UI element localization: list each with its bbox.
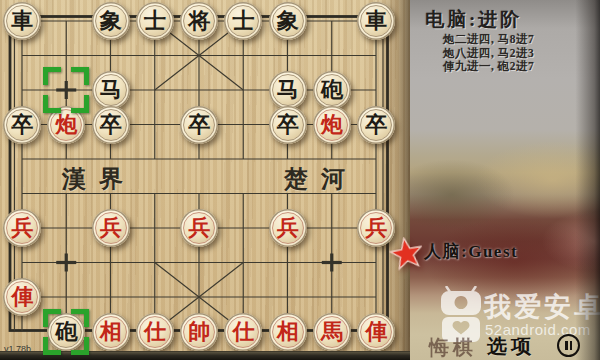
piece-character: 砲 [321, 79, 343, 101]
piece-character: 卒 [277, 114, 299, 136]
xiangqi-piece-black[interactable]: 砲 [313, 71, 351, 109]
xiangqi-piece-black[interactable]: 将 [180, 2, 218, 40]
undo-button[interactable]: 悔棋 [423, 333, 483, 360]
sidebar: 电脑:进阶 炮二进四, 马8进7 炮八进四, 马2进3 俥九进一, 砲2进7 人… [410, 0, 600, 360]
piece-character: 兵 [188, 217, 210, 239]
piece-character: 兵 [277, 217, 299, 239]
xiangqi-piece-black[interactable]: 象 [92, 2, 130, 40]
piece-character: 仕 [232, 321, 254, 343]
piece-character: 士 [144, 10, 166, 32]
move-row: 炮八进四, 马2进3 [443, 47, 534, 61]
piece-character: 马 [277, 79, 299, 101]
computer-player-label: 电脑:进阶 [425, 7, 522, 33]
piece-character: 車 [365, 10, 387, 32]
piece-character: 馬 [321, 321, 343, 343]
piece-character: 兵 [11, 217, 33, 239]
human-player-label: 人脑:Guest [424, 240, 518, 263]
piece-character: 相 [277, 321, 299, 343]
xiangqi-piece-red[interactable]: 仕 [224, 313, 262, 351]
xiangqi-piece-black[interactable]: 車 [357, 2, 395, 40]
xiangqi-piece-red[interactable]: 炮 [47, 106, 85, 144]
move-row: 炮二进四, 马8进7 [443, 33, 534, 47]
xiangqi-piece-black[interactable]: 卒 [357, 106, 395, 144]
piece-character: 象 [100, 10, 122, 32]
options-button[interactable]: 选项 [481, 332, 541, 360]
piece-character: 士 [232, 10, 254, 32]
pause-icon [565, 341, 568, 350]
xiangqi-piece-red[interactable]: 帥 [180, 313, 218, 351]
piece-character: 马 [100, 79, 122, 101]
move-row: 俥九进一, 砲2进7 [443, 60, 534, 74]
xiangqi-piece-black[interactable]: 卒 [92, 106, 130, 144]
xiangqi-piece-red[interactable]: 相 [269, 313, 307, 351]
xiangqi-piece-black[interactable]: 車 [3, 2, 41, 40]
xiangqi-piece-black[interactable]: 士 [136, 2, 174, 40]
pause-button[interactable] [557, 334, 580, 357]
piece-character: 帥 [188, 321, 210, 343]
piece-character: 砲 [55, 321, 77, 343]
xiangqi-piece-black[interactable]: 卒 [3, 106, 41, 144]
xiangqi-piece-red[interactable]: 仕 [136, 313, 174, 351]
xiangqi-piece-black[interactable]: 马 [92, 71, 130, 109]
piece-character: 兵 [365, 217, 387, 239]
piece-character: 卒 [365, 114, 387, 136]
xiangqi-piece-black[interactable]: 卒 [180, 106, 218, 144]
pause-icon [570, 341, 572, 350]
xiangqi-piece-red[interactable]: 俥 [357, 313, 395, 351]
xiangqi-piece-red[interactable]: 兵 [180, 209, 218, 247]
piece-character: 俥 [11, 286, 33, 308]
xiangqi-board[interactable]: 漢界 楚河 車象士将士象車马马砲卒炮卒卒卒炮卒兵兵兵兵兵俥砲相仕帥仕相馬俥 v1… [0, 0, 410, 360]
turn-indicator-star-icon [387, 234, 425, 272]
xiangqi-piece-black[interactable]: 砲 [47, 313, 85, 351]
piece-character: 俥 [365, 321, 387, 343]
piece-grid: 車象士将士象車马马砲卒炮卒卒卒炮卒兵兵兵兵兵俥砲相仕帥仕相馬俥 [0, 4, 398, 349]
piece-character: 卒 [188, 114, 210, 136]
xiangqi-piece-red[interactable]: 相 [92, 313, 130, 351]
xiangqi-piece-red[interactable]: 炮 [313, 106, 351, 144]
xiangqi-piece-red[interactable]: 俥 [3, 278, 41, 316]
piece-character: 将 [188, 10, 210, 32]
board-bottom-edge [0, 351, 410, 360]
piece-character: 相 [100, 321, 122, 343]
piece-character: 兵 [100, 217, 122, 239]
xiangqi-piece-black[interactable]: 马 [269, 71, 307, 109]
piece-character: 象 [277, 10, 299, 32]
xiangqi-app-window: 漢界 楚河 車象士将士象車马马砲卒炮卒卒卒炮卒兵兵兵兵兵俥砲相仕帥仕相馬俥 v1… [0, 0, 600, 360]
piece-character: 炮 [55, 114, 77, 136]
watermark-text: 我爱安卓 [484, 289, 600, 325]
xiangqi-piece-red[interactable]: 兵 [92, 209, 130, 247]
xiangqi-piece-black[interactable]: 象 [269, 2, 307, 40]
xiangqi-piece-black[interactable]: 士 [224, 2, 262, 40]
xiangqi-piece-black[interactable]: 卒 [269, 106, 307, 144]
app-version: v1.78b [4, 344, 31, 354]
piece-character: 仕 [144, 321, 166, 343]
piece-character: 車 [11, 10, 33, 32]
piece-character: 卒 [100, 114, 122, 136]
xiangqi-piece-red[interactable]: 兵 [3, 209, 41, 247]
xiangqi-piece-red[interactable]: 馬 [313, 313, 351, 351]
piece-character: 卒 [11, 114, 33, 136]
xiangqi-piece-red[interactable]: 兵 [269, 209, 307, 247]
piece-character: 炮 [321, 114, 343, 136]
move-list: 炮二进四, 马8进7 炮八进四, 马2进3 俥九进一, 砲2进7 [443, 33, 534, 74]
